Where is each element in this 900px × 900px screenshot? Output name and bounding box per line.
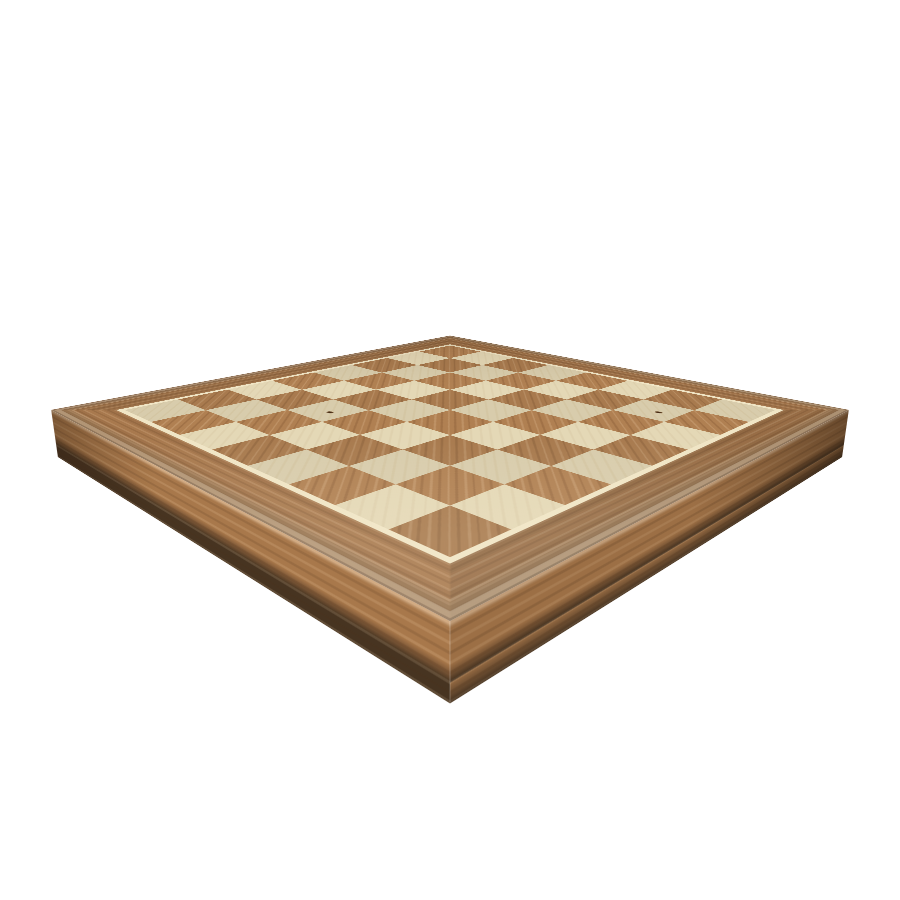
square xyxy=(248,449,349,484)
square xyxy=(396,466,504,505)
square xyxy=(593,435,688,466)
square xyxy=(493,410,578,435)
square xyxy=(450,484,565,529)
square xyxy=(551,449,652,484)
square xyxy=(540,422,630,450)
square xyxy=(236,410,321,435)
square xyxy=(504,466,612,505)
square xyxy=(151,410,236,435)
square xyxy=(360,422,450,450)
square xyxy=(212,435,307,466)
product-photo-background xyxy=(0,0,900,900)
square xyxy=(322,410,407,435)
square xyxy=(450,449,551,484)
square xyxy=(498,435,593,466)
square xyxy=(335,484,450,529)
square xyxy=(450,422,540,450)
square xyxy=(180,422,270,450)
square xyxy=(349,449,450,484)
square xyxy=(664,410,749,435)
square xyxy=(270,422,360,450)
square xyxy=(307,435,402,466)
square xyxy=(630,422,720,450)
square xyxy=(402,435,497,466)
scene xyxy=(0,0,900,900)
square xyxy=(289,466,397,505)
square xyxy=(407,410,492,435)
chess-board xyxy=(51,336,849,621)
square xyxy=(578,410,663,435)
square xyxy=(388,505,512,557)
